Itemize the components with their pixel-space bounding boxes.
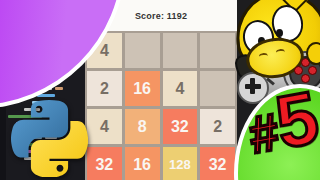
tile-4: 4 <box>163 71 198 106</box>
python-logo-icon <box>11 100 88 177</box>
tile-4: 4 <box>87 109 122 144</box>
tile-2: 2 <box>200 109 235 144</box>
tile-8: 8 <box>125 109 160 144</box>
controller-red-button <box>308 66 317 75</box>
score-text: Score: 1192 <box>135 11 187 21</box>
tile-32: 32 <box>87 147 122 180</box>
thumbnail-canvas: Score: 1192 4216448322321612832 <box>0 0 320 180</box>
tile-16: 16 <box>125 147 160 180</box>
empty-cell <box>125 33 160 68</box>
episode-badge: # 5 <box>242 81 320 166</box>
tile-32: 32 <box>163 109 198 144</box>
tile-2: 2 <box>87 71 122 106</box>
tile-32: 32 <box>200 147 235 180</box>
empty-cell <box>163 33 198 68</box>
mascot-right-pupil <box>276 29 283 37</box>
empty-cell <box>200 33 235 68</box>
board-2048[interactable]: 4216448322321612832 <box>85 31 237 180</box>
tile-16: 16 <box>125 71 160 106</box>
controller-red-button <box>294 66 303 75</box>
tile-128: 128 <box>163 147 198 180</box>
mascot-right-hand <box>306 42 320 65</box>
empty-cell <box>200 71 235 106</box>
